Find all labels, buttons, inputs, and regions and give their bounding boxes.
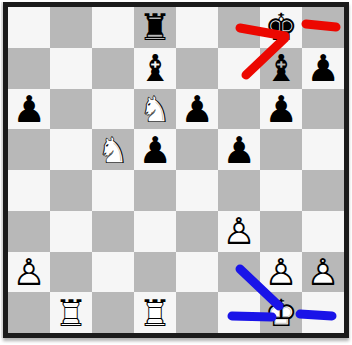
square-a6[interactable]: ♟ [8,89,50,130]
piece-glyph-outline: ♙ [264,253,297,290]
square-c2[interactable] [92,252,134,293]
square-d5[interactable]: ♟ [134,129,176,170]
square-d3[interactable] [134,211,176,252]
piece-glyph-outline: ♙ [222,213,255,250]
piece-glyph: ♟ [12,90,45,127]
chess-board: ♜♚♝♝♟♟♞♘♟♟♞♘♟♟♟♙♟♙♟♙♟♙♜♖♜♖♚♔ [3,2,349,338]
square-d2[interactable] [134,252,176,293]
square-d6[interactable]: ♞♘ [134,89,176,130]
piece-black-pawn-f5[interactable]: ♟ [218,129,260,170]
square-b5[interactable] [50,129,92,170]
square-e5[interactable] [176,129,218,170]
square-f4[interactable] [218,170,260,211]
square-f7[interactable] [218,48,260,89]
square-b3[interactable] [50,211,92,252]
piece-glyph: ♟ [306,50,339,87]
square-e8[interactable] [176,7,218,48]
piece-black-bishop-d7[interactable]: ♝ [134,48,176,89]
square-b1[interactable]: ♜♖ [50,292,92,333]
piece-glyph-outline: ♘ [96,131,129,168]
square-a4[interactable] [8,170,50,211]
square-b7[interactable] [50,48,92,89]
piece-glyph: ♟ [222,131,255,168]
piece-black-pawn-d5[interactable]: ♟ [134,129,176,170]
square-g7[interactable]: ♝ [260,48,302,89]
square-c4[interactable] [92,170,134,211]
board-grid: ♜♚♝♝♟♟♞♘♟♟♞♘♟♟♟♙♟♙♟♙♟♙♜♖♜♖♚♔ [8,7,344,333]
piece-glyph: ♜ [138,9,171,46]
square-e2[interactable] [176,252,218,293]
piece-white-king-g1[interactable]: ♚♔ [260,292,302,333]
square-f3[interactable]: ♟♙ [218,211,260,252]
piece-glyph-outline: ♔ [264,294,297,331]
piece-black-rook-d8[interactable]: ♜ [134,7,176,48]
piece-glyph-outline: ♙ [12,253,45,290]
square-a1[interactable] [8,292,50,333]
piece-glyph-outline: ♖ [138,294,171,331]
piece-glyph-outline: ♘ [138,90,171,127]
piece-white-pawn-f3[interactable]: ♟♙ [218,211,260,252]
square-g2[interactable]: ♟♙ [260,252,302,293]
square-d4[interactable] [134,170,176,211]
square-g3[interactable] [260,211,302,252]
square-h8[interactable] [302,7,344,48]
square-e3[interactable] [176,211,218,252]
square-b6[interactable] [50,89,92,130]
square-h4[interactable] [302,170,344,211]
square-a5[interactable] [8,129,50,170]
square-c6[interactable] [92,89,134,130]
square-h1[interactable] [302,292,344,333]
square-h2[interactable]: ♟♙ [302,252,344,293]
piece-black-pawn-g6[interactable]: ♟ [260,89,302,130]
square-f6[interactable] [218,89,260,130]
square-f1[interactable] [218,292,260,333]
square-h7[interactable]: ♟ [302,48,344,89]
square-c7[interactable] [92,48,134,89]
piece-white-knight-c5[interactable]: ♞♘ [92,129,134,170]
square-a8[interactable] [8,7,50,48]
piece-white-pawn-g2[interactable]: ♟♙ [260,252,302,293]
square-b2[interactable] [50,252,92,293]
piece-glyph: ♟ [180,90,213,127]
square-h5[interactable] [302,129,344,170]
square-e6[interactable]: ♟ [176,89,218,130]
chess-diagram: ♜♚♝♝♟♟♞♘♟♟♞♘♟♟♟♙♟♙♟♙♟♙♜♖♜♖♚♔ [0,0,352,345]
square-e7[interactable] [176,48,218,89]
square-a7[interactable] [8,48,50,89]
square-a3[interactable] [8,211,50,252]
piece-glyph: ♟ [138,131,171,168]
square-e1[interactable] [176,292,218,333]
square-c8[interactable] [92,7,134,48]
piece-white-knight-d6[interactable]: ♞♘ [134,89,176,130]
square-f5[interactable]: ♟ [218,129,260,170]
piece-black-king-g8[interactable]: ♚ [260,7,302,48]
square-g6[interactable]: ♟ [260,89,302,130]
piece-glyph: ♝ [264,50,297,87]
piece-white-rook-b1[interactable]: ♜♖ [50,292,92,333]
square-f2[interactable] [218,252,260,293]
square-b4[interactable] [50,170,92,211]
square-h3[interactable] [302,211,344,252]
square-a2[interactable]: ♟♙ [8,252,50,293]
square-c1[interactable] [92,292,134,333]
square-g8[interactable]: ♚ [260,7,302,48]
piece-white-pawn-h2[interactable]: ♟♙ [302,252,344,293]
piece-glyph: ♟ [264,90,297,127]
square-g4[interactable] [260,170,302,211]
square-c5[interactable]: ♞♘ [92,129,134,170]
piece-glyph: ♚ [264,9,297,46]
piece-white-rook-d1[interactable]: ♜♖ [134,292,176,333]
piece-black-pawn-h7[interactable]: ♟ [302,48,344,89]
piece-black-pawn-a6[interactable]: ♟ [8,89,50,130]
piece-glyph-outline: ♙ [306,253,339,290]
square-d1[interactable]: ♜♖ [134,292,176,333]
square-d8[interactable]: ♜ [134,7,176,48]
square-b8[interactable] [50,7,92,48]
piece-white-pawn-a2[interactable]: ♟♙ [8,252,50,293]
square-d7[interactable]: ♝ [134,48,176,89]
square-g1[interactable]: ♚♔ [260,292,302,333]
piece-glyph-outline: ♖ [54,294,87,331]
square-c3[interactable] [92,211,134,252]
square-f8[interactable] [218,7,260,48]
square-h6[interactable] [302,89,344,130]
square-e4[interactable] [176,170,218,211]
piece-black-pawn-e6[interactable]: ♟ [176,89,218,130]
piece-glyph: ♝ [138,50,171,87]
square-g5[interactable] [260,129,302,170]
piece-black-bishop-g7[interactable]: ♝ [260,48,302,89]
